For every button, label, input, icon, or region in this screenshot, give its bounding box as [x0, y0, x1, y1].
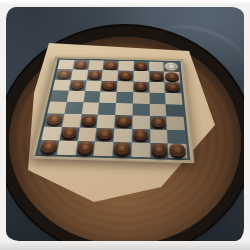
checkers-board — [31, 57, 195, 164]
square-r7c3 — [77, 127, 97, 141]
square-r1c7 — [149, 62, 164, 72]
square-r2c3 — [86, 70, 103, 81]
dark-checker-r7c2 — [61, 127, 78, 138]
square-r3c8 — [165, 82, 182, 93]
square-r8c6 — [131, 142, 150, 157]
square-r6c2 — [62, 114, 81, 127]
square-r4c5 — [116, 92, 133, 104]
dark-checker-r7c6 — [133, 129, 149, 141]
dark-checker-r2c3 — [88, 70, 102, 79]
square-r5c7 — [149, 104, 166, 117]
square-r6c5 — [114, 115, 132, 128]
dark-checker-r6c7 — [151, 117, 166, 128]
board-grid — [38, 60, 188, 159]
square-r4c2 — [66, 90, 84, 102]
square-r8c8 — [168, 143, 188, 158]
square-r4c3 — [83, 91, 101, 103]
square-r7c7 — [150, 129, 168, 143]
square-r3c7 — [149, 82, 165, 93]
dark-checker-r6c1 — [46, 114, 63, 125]
square-r5c3 — [81, 102, 99, 114]
dark-checker-r2c1 — [56, 70, 71, 79]
dark-checker-r7c4 — [97, 128, 113, 140]
dark-checker-r2c8 — [165, 72, 179, 81]
dark-checker-r3c8 — [166, 82, 180, 91]
square-r8c7 — [150, 143, 169, 158]
square-r3c5 — [117, 81, 133, 92]
dark-checker-r8c1 — [40, 140, 58, 152]
square-r2c6 — [133, 71, 149, 82]
square-r5c4 — [98, 103, 116, 116]
square-r1c6 — [133, 61, 148, 71]
dark-checker-r6c5 — [116, 116, 131, 127]
dark-checker-r8c8 — [169, 144, 186, 156]
dark-checker-r2c5 — [119, 71, 133, 80]
dark-checker-r6c3 — [81, 115, 97, 126]
square-r3c2 — [69, 80, 87, 91]
blanket-print — [0, 0, 250, 250]
square-r1c4 — [103, 61, 119, 71]
dark-checker-r2c7 — [150, 72, 164, 81]
dark-checker-r3c4 — [102, 81, 116, 90]
dark-checker-r3c2 — [70, 80, 85, 89]
dark-checker-r3c6 — [134, 82, 148, 91]
square-r1c3 — [88, 60, 104, 70]
square-r8c2 — [56, 140, 77, 155]
square-r3c3 — [85, 80, 102, 91]
square-r1c2 — [73, 60, 90, 70]
square-r7c8 — [167, 129, 186, 143]
dark-checker-r1c6 — [135, 62, 148, 70]
square-r1c5 — [118, 61, 134, 71]
square-r3c4 — [101, 80, 118, 91]
square-r1c8 — [163, 62, 179, 72]
square-r2c4 — [102, 70, 118, 81]
square-r6c8 — [166, 117, 184, 130]
square-r6c7 — [149, 116, 167, 129]
square-r6c4 — [97, 115, 115, 128]
square-r2c7 — [149, 71, 165, 82]
square-r2c2 — [71, 70, 88, 81]
square-r5c8 — [166, 104, 184, 117]
square-r7c6 — [132, 129, 150, 143]
square-r3c6 — [133, 81, 149, 92]
square-r8c3 — [75, 141, 95, 156]
square-r6c6 — [132, 116, 150, 129]
light-checker-r1c8 — [165, 62, 179, 70]
dark-checker-r8c7 — [151, 143, 167, 155]
dark-checker-r8c5 — [114, 142, 130, 154]
square-r5c5 — [115, 103, 132, 116]
square-r4c7 — [149, 92, 166, 104]
square-r7c4 — [95, 128, 114, 142]
square-r7c5 — [113, 128, 132, 142]
square-r5c6 — [132, 103, 149, 116]
square-r4c6 — [133, 92, 150, 104]
square-r8c4 — [94, 141, 114, 156]
square-r4c4 — [99, 91, 116, 103]
square-r6c3 — [79, 114, 98, 127]
dark-checker-r8c3 — [77, 141, 94, 153]
photo-area — [6, 7, 244, 241]
square-r5c2 — [64, 102, 83, 114]
square-r2c8 — [164, 72, 180, 83]
square-r7c2 — [59, 127, 79, 141]
square-r2c5 — [117, 71, 133, 82]
square-r4c8 — [165, 93, 182, 105]
square-r8c5 — [112, 142, 131, 157]
dark-checker-r1c4 — [104, 61, 118, 69]
dark-checker-r1c2 — [74, 60, 88, 68]
